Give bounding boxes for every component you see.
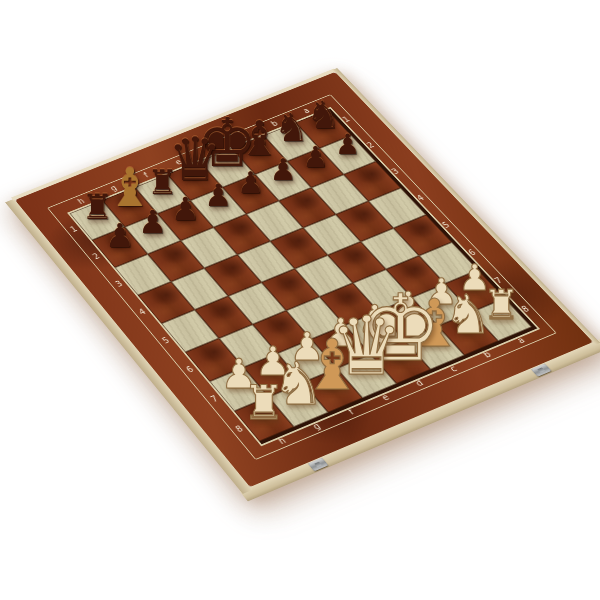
product-photo-scene: hgfedcba hgfedcba 12345678 12345678 ♞♞♝♟… bbox=[0, 0, 600, 600]
chess-board: hgfedcba hgfedcba 12345678 12345678 bbox=[15, 72, 593, 487]
